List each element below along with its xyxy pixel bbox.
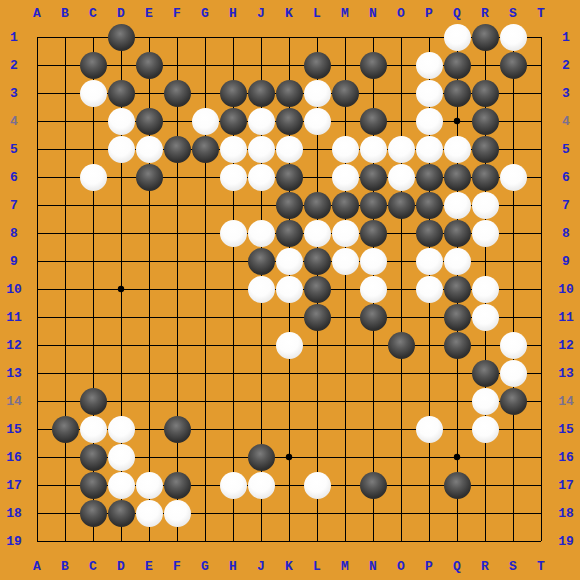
intersection-C1[interactable] bbox=[79, 23, 107, 51]
intersection-R9[interactable] bbox=[471, 247, 499, 275]
intersection-D6[interactable] bbox=[107, 163, 135, 191]
intersection-G6[interactable] bbox=[191, 163, 219, 191]
intersection-T18[interactable] bbox=[527, 499, 555, 527]
intersection-E11[interactable] bbox=[135, 303, 163, 331]
intersection-S13[interactable] bbox=[499, 359, 527, 387]
intersection-H16[interactable] bbox=[219, 443, 247, 471]
intersection-S12[interactable] bbox=[499, 331, 527, 359]
intersection-L19[interactable] bbox=[303, 527, 331, 555]
intersection-M16[interactable] bbox=[331, 443, 359, 471]
intersection-A17[interactable] bbox=[23, 471, 51, 499]
intersection-Q16[interactable] bbox=[443, 443, 471, 471]
intersection-P4[interactable] bbox=[415, 107, 443, 135]
intersection-C4[interactable] bbox=[79, 107, 107, 135]
intersection-O4[interactable] bbox=[387, 107, 415, 135]
intersection-A4[interactable] bbox=[23, 107, 51, 135]
intersection-T3[interactable] bbox=[527, 79, 555, 107]
intersection-T5[interactable] bbox=[527, 135, 555, 163]
intersection-R18[interactable] bbox=[471, 499, 499, 527]
intersection-J10[interactable] bbox=[247, 275, 275, 303]
intersection-B3[interactable] bbox=[51, 79, 79, 107]
intersection-B14[interactable] bbox=[51, 387, 79, 415]
intersection-M3[interactable] bbox=[331, 79, 359, 107]
intersection-Q17[interactable] bbox=[443, 471, 471, 499]
intersection-G19[interactable] bbox=[191, 527, 219, 555]
intersection-L16[interactable] bbox=[303, 443, 331, 471]
intersection-R16[interactable] bbox=[471, 443, 499, 471]
intersection-F4[interactable] bbox=[163, 107, 191, 135]
intersection-G2[interactable] bbox=[191, 51, 219, 79]
intersection-D15[interactable] bbox=[107, 415, 135, 443]
intersection-S11[interactable] bbox=[499, 303, 527, 331]
intersection-P19[interactable] bbox=[415, 527, 443, 555]
intersection-S18[interactable] bbox=[499, 499, 527, 527]
intersection-E18[interactable] bbox=[135, 499, 163, 527]
intersection-K11[interactable] bbox=[275, 303, 303, 331]
intersection-E2[interactable] bbox=[135, 51, 163, 79]
intersection-H1[interactable] bbox=[219, 23, 247, 51]
intersection-P11[interactable] bbox=[415, 303, 443, 331]
intersection-R10[interactable] bbox=[471, 275, 499, 303]
intersection-D13[interactable] bbox=[107, 359, 135, 387]
intersection-Q14[interactable] bbox=[443, 387, 471, 415]
intersection-E10[interactable] bbox=[135, 275, 163, 303]
intersection-O12[interactable] bbox=[387, 331, 415, 359]
intersection-K10[interactable] bbox=[275, 275, 303, 303]
intersection-H13[interactable] bbox=[219, 359, 247, 387]
intersection-E4[interactable] bbox=[135, 107, 163, 135]
intersection-G16[interactable] bbox=[191, 443, 219, 471]
intersection-T7[interactable] bbox=[527, 191, 555, 219]
intersection-O7[interactable] bbox=[387, 191, 415, 219]
intersection-S1[interactable] bbox=[499, 23, 527, 51]
intersection-T10[interactable] bbox=[527, 275, 555, 303]
intersection-H18[interactable] bbox=[219, 499, 247, 527]
intersection-K19[interactable] bbox=[275, 527, 303, 555]
intersection-L18[interactable] bbox=[303, 499, 331, 527]
intersection-N16[interactable] bbox=[359, 443, 387, 471]
intersection-A6[interactable] bbox=[23, 163, 51, 191]
intersection-J4[interactable] bbox=[247, 107, 275, 135]
intersection-G3[interactable] bbox=[191, 79, 219, 107]
intersection-N13[interactable] bbox=[359, 359, 387, 387]
intersection-T14[interactable] bbox=[527, 387, 555, 415]
intersection-J7[interactable] bbox=[247, 191, 275, 219]
intersection-O18[interactable] bbox=[387, 499, 415, 527]
intersection-H15[interactable] bbox=[219, 415, 247, 443]
intersection-A13[interactable] bbox=[23, 359, 51, 387]
intersection-G18[interactable] bbox=[191, 499, 219, 527]
intersection-O1[interactable] bbox=[387, 23, 415, 51]
intersection-L12[interactable] bbox=[303, 331, 331, 359]
intersection-Q6[interactable] bbox=[443, 163, 471, 191]
intersection-P3[interactable] bbox=[415, 79, 443, 107]
intersection-M11[interactable] bbox=[331, 303, 359, 331]
intersection-L9[interactable] bbox=[303, 247, 331, 275]
intersection-A9[interactable] bbox=[23, 247, 51, 275]
intersection-S10[interactable] bbox=[499, 275, 527, 303]
intersection-R3[interactable] bbox=[471, 79, 499, 107]
intersection-A14[interactable] bbox=[23, 387, 51, 415]
intersection-C6[interactable] bbox=[79, 163, 107, 191]
intersection-B17[interactable] bbox=[51, 471, 79, 499]
intersection-D11[interactable] bbox=[107, 303, 135, 331]
intersection-J1[interactable] bbox=[247, 23, 275, 51]
intersection-O16[interactable] bbox=[387, 443, 415, 471]
intersection-F5[interactable] bbox=[163, 135, 191, 163]
intersection-M17[interactable] bbox=[331, 471, 359, 499]
intersection-R1[interactable] bbox=[471, 23, 499, 51]
intersection-P10[interactable] bbox=[415, 275, 443, 303]
intersection-K3[interactable] bbox=[275, 79, 303, 107]
intersection-N12[interactable] bbox=[359, 331, 387, 359]
intersection-B4[interactable] bbox=[51, 107, 79, 135]
intersection-J5[interactable] bbox=[247, 135, 275, 163]
intersection-N7[interactable] bbox=[359, 191, 387, 219]
intersection-J18[interactable] bbox=[247, 499, 275, 527]
intersection-K15[interactable] bbox=[275, 415, 303, 443]
intersection-M1[interactable] bbox=[331, 23, 359, 51]
intersection-R11[interactable] bbox=[471, 303, 499, 331]
intersection-F12[interactable] bbox=[163, 331, 191, 359]
intersection-E8[interactable] bbox=[135, 219, 163, 247]
intersection-D14[interactable] bbox=[107, 387, 135, 415]
intersection-D17[interactable] bbox=[107, 471, 135, 499]
intersection-D9[interactable] bbox=[107, 247, 135, 275]
intersection-B16[interactable] bbox=[51, 443, 79, 471]
intersection-H17[interactable] bbox=[219, 471, 247, 499]
intersection-B5[interactable] bbox=[51, 135, 79, 163]
intersection-D5[interactable] bbox=[107, 135, 135, 163]
intersection-S6[interactable] bbox=[499, 163, 527, 191]
intersection-C16[interactable] bbox=[79, 443, 107, 471]
intersection-J6[interactable] bbox=[247, 163, 275, 191]
intersection-H8[interactable] bbox=[219, 219, 247, 247]
intersection-L13[interactable] bbox=[303, 359, 331, 387]
intersection-B10[interactable] bbox=[51, 275, 79, 303]
intersection-C7[interactable] bbox=[79, 191, 107, 219]
intersection-H12[interactable] bbox=[219, 331, 247, 359]
intersection-N15[interactable] bbox=[359, 415, 387, 443]
intersection-O11[interactable] bbox=[387, 303, 415, 331]
intersection-E15[interactable] bbox=[135, 415, 163, 443]
intersection-S5[interactable] bbox=[499, 135, 527, 163]
intersection-D3[interactable] bbox=[107, 79, 135, 107]
intersection-A2[interactable] bbox=[23, 51, 51, 79]
intersection-D1[interactable] bbox=[107, 23, 135, 51]
intersection-C12[interactable] bbox=[79, 331, 107, 359]
intersection-B9[interactable] bbox=[51, 247, 79, 275]
intersection-P17[interactable] bbox=[415, 471, 443, 499]
intersection-K17[interactable] bbox=[275, 471, 303, 499]
intersection-F10[interactable] bbox=[163, 275, 191, 303]
intersection-H9[interactable] bbox=[219, 247, 247, 275]
intersection-P5[interactable] bbox=[415, 135, 443, 163]
intersection-C9[interactable] bbox=[79, 247, 107, 275]
intersection-A7[interactable] bbox=[23, 191, 51, 219]
intersection-Q10[interactable] bbox=[443, 275, 471, 303]
intersection-F1[interactable] bbox=[163, 23, 191, 51]
intersection-F8[interactable] bbox=[163, 219, 191, 247]
intersection-F19[interactable] bbox=[163, 527, 191, 555]
intersection-M18[interactable] bbox=[331, 499, 359, 527]
intersection-Q12[interactable] bbox=[443, 331, 471, 359]
intersection-A8[interactable] bbox=[23, 219, 51, 247]
intersection-E13[interactable] bbox=[135, 359, 163, 387]
intersection-K1[interactable] bbox=[275, 23, 303, 51]
intersection-T4[interactable] bbox=[527, 107, 555, 135]
intersection-F11[interactable] bbox=[163, 303, 191, 331]
intersection-Q7[interactable] bbox=[443, 191, 471, 219]
intersection-T9[interactable] bbox=[527, 247, 555, 275]
intersection-N4[interactable] bbox=[359, 107, 387, 135]
intersection-Q2[interactable] bbox=[443, 51, 471, 79]
intersection-S9[interactable] bbox=[499, 247, 527, 275]
intersection-B8[interactable] bbox=[51, 219, 79, 247]
intersection-D2[interactable] bbox=[107, 51, 135, 79]
intersection-K7[interactable] bbox=[275, 191, 303, 219]
intersection-C2[interactable] bbox=[79, 51, 107, 79]
intersection-A5[interactable] bbox=[23, 135, 51, 163]
intersection-D4[interactable] bbox=[107, 107, 135, 135]
intersection-T12[interactable] bbox=[527, 331, 555, 359]
intersection-L2[interactable] bbox=[303, 51, 331, 79]
intersection-M13[interactable] bbox=[331, 359, 359, 387]
intersection-O5[interactable] bbox=[387, 135, 415, 163]
intersection-B6[interactable] bbox=[51, 163, 79, 191]
intersection-K5[interactable] bbox=[275, 135, 303, 163]
intersection-G13[interactable] bbox=[191, 359, 219, 387]
intersection-E14[interactable] bbox=[135, 387, 163, 415]
intersection-B12[interactable] bbox=[51, 331, 79, 359]
intersection-N8[interactable] bbox=[359, 219, 387, 247]
intersection-G14[interactable] bbox=[191, 387, 219, 415]
intersection-Q18[interactable] bbox=[443, 499, 471, 527]
intersection-O3[interactable] bbox=[387, 79, 415, 107]
intersection-T17[interactable] bbox=[527, 471, 555, 499]
intersection-E9[interactable] bbox=[135, 247, 163, 275]
intersection-C19[interactable] bbox=[79, 527, 107, 555]
intersection-B1[interactable] bbox=[51, 23, 79, 51]
intersection-B15[interactable] bbox=[51, 415, 79, 443]
intersection-Q3[interactable] bbox=[443, 79, 471, 107]
intersection-H2[interactable] bbox=[219, 51, 247, 79]
intersection-H11[interactable] bbox=[219, 303, 247, 331]
intersection-N11[interactable] bbox=[359, 303, 387, 331]
intersection-L15[interactable] bbox=[303, 415, 331, 443]
intersection-F3[interactable] bbox=[163, 79, 191, 107]
intersection-E1[interactable] bbox=[135, 23, 163, 51]
intersection-Q9[interactable] bbox=[443, 247, 471, 275]
intersection-J17[interactable] bbox=[247, 471, 275, 499]
intersection-S19[interactable] bbox=[499, 527, 527, 555]
intersection-B2[interactable] bbox=[51, 51, 79, 79]
intersection-R14[interactable] bbox=[471, 387, 499, 415]
intersection-J8[interactable] bbox=[247, 219, 275, 247]
intersection-E12[interactable] bbox=[135, 331, 163, 359]
intersection-D7[interactable] bbox=[107, 191, 135, 219]
intersection-K6[interactable] bbox=[275, 163, 303, 191]
intersection-P15[interactable] bbox=[415, 415, 443, 443]
intersection-F17[interactable] bbox=[163, 471, 191, 499]
intersection-M4[interactable] bbox=[331, 107, 359, 135]
intersection-P8[interactable] bbox=[415, 219, 443, 247]
intersection-R8[interactable] bbox=[471, 219, 499, 247]
intersection-C18[interactable] bbox=[79, 499, 107, 527]
intersection-Q15[interactable] bbox=[443, 415, 471, 443]
intersection-L11[interactable] bbox=[303, 303, 331, 331]
intersection-N10[interactable] bbox=[359, 275, 387, 303]
intersection-K18[interactable] bbox=[275, 499, 303, 527]
intersection-K2[interactable] bbox=[275, 51, 303, 79]
intersection-G4[interactable] bbox=[191, 107, 219, 135]
intersection-P2[interactable] bbox=[415, 51, 443, 79]
intersection-O14[interactable] bbox=[387, 387, 415, 415]
intersection-M8[interactable] bbox=[331, 219, 359, 247]
intersection-J11[interactable] bbox=[247, 303, 275, 331]
intersection-K12[interactable] bbox=[275, 331, 303, 359]
intersection-L17[interactable] bbox=[303, 471, 331, 499]
intersection-F6[interactable] bbox=[163, 163, 191, 191]
intersection-D16[interactable] bbox=[107, 443, 135, 471]
intersection-G1[interactable] bbox=[191, 23, 219, 51]
intersection-O8[interactable] bbox=[387, 219, 415, 247]
intersection-P14[interactable] bbox=[415, 387, 443, 415]
intersection-Q11[interactable] bbox=[443, 303, 471, 331]
intersection-R2[interactable] bbox=[471, 51, 499, 79]
intersection-S17[interactable] bbox=[499, 471, 527, 499]
intersection-L3[interactable] bbox=[303, 79, 331, 107]
intersection-R5[interactable] bbox=[471, 135, 499, 163]
intersection-N6[interactable] bbox=[359, 163, 387, 191]
intersection-O19[interactable] bbox=[387, 527, 415, 555]
intersection-Q13[interactable] bbox=[443, 359, 471, 387]
intersection-C5[interactable] bbox=[79, 135, 107, 163]
intersection-F13[interactable] bbox=[163, 359, 191, 387]
intersection-T13[interactable] bbox=[527, 359, 555, 387]
intersection-H3[interactable] bbox=[219, 79, 247, 107]
intersection-M10[interactable] bbox=[331, 275, 359, 303]
intersection-G8[interactable] bbox=[191, 219, 219, 247]
intersection-H7[interactable] bbox=[219, 191, 247, 219]
intersection-D12[interactable] bbox=[107, 331, 135, 359]
intersection-C13[interactable] bbox=[79, 359, 107, 387]
intersection-K8[interactable] bbox=[275, 219, 303, 247]
intersection-C11[interactable] bbox=[79, 303, 107, 331]
intersection-A1[interactable] bbox=[23, 23, 51, 51]
intersection-Q19[interactable] bbox=[443, 527, 471, 555]
intersection-N17[interactable] bbox=[359, 471, 387, 499]
intersection-E17[interactable] bbox=[135, 471, 163, 499]
intersection-S16[interactable] bbox=[499, 443, 527, 471]
intersection-P7[interactable] bbox=[415, 191, 443, 219]
intersection-O10[interactable] bbox=[387, 275, 415, 303]
intersection-F16[interactable] bbox=[163, 443, 191, 471]
intersection-P6[interactable] bbox=[415, 163, 443, 191]
intersection-A18[interactable] bbox=[23, 499, 51, 527]
intersection-E19[interactable] bbox=[135, 527, 163, 555]
intersection-J13[interactable] bbox=[247, 359, 275, 387]
intersection-B11[interactable] bbox=[51, 303, 79, 331]
intersection-M7[interactable] bbox=[331, 191, 359, 219]
intersection-T11[interactable] bbox=[527, 303, 555, 331]
intersection-F15[interactable] bbox=[163, 415, 191, 443]
intersection-C14[interactable] bbox=[79, 387, 107, 415]
intersection-O15[interactable] bbox=[387, 415, 415, 443]
intersection-K13[interactable] bbox=[275, 359, 303, 387]
intersection-O9[interactable] bbox=[387, 247, 415, 275]
intersection-K14[interactable] bbox=[275, 387, 303, 415]
intersection-C3[interactable] bbox=[79, 79, 107, 107]
intersection-Q8[interactable] bbox=[443, 219, 471, 247]
intersection-D10[interactable] bbox=[107, 275, 135, 303]
intersection-S7[interactable] bbox=[499, 191, 527, 219]
intersection-N14[interactable] bbox=[359, 387, 387, 415]
intersection-E5[interactable] bbox=[135, 135, 163, 163]
intersection-D19[interactable] bbox=[107, 527, 135, 555]
intersection-J9[interactable] bbox=[247, 247, 275, 275]
intersection-L4[interactable] bbox=[303, 107, 331, 135]
intersection-S2[interactable] bbox=[499, 51, 527, 79]
intersection-L10[interactable] bbox=[303, 275, 331, 303]
intersection-L14[interactable] bbox=[303, 387, 331, 415]
intersection-M9[interactable] bbox=[331, 247, 359, 275]
intersection-G7[interactable] bbox=[191, 191, 219, 219]
intersection-A3[interactable] bbox=[23, 79, 51, 107]
intersection-N9[interactable] bbox=[359, 247, 387, 275]
intersection-E6[interactable] bbox=[135, 163, 163, 191]
intersection-T2[interactable] bbox=[527, 51, 555, 79]
intersection-J3[interactable] bbox=[247, 79, 275, 107]
intersection-L7[interactable] bbox=[303, 191, 331, 219]
intersection-J15[interactable] bbox=[247, 415, 275, 443]
intersection-K9[interactable] bbox=[275, 247, 303, 275]
intersection-H4[interactable] bbox=[219, 107, 247, 135]
intersection-H10[interactable] bbox=[219, 275, 247, 303]
intersection-S8[interactable] bbox=[499, 219, 527, 247]
intersection-H5[interactable] bbox=[219, 135, 247, 163]
intersection-O6[interactable] bbox=[387, 163, 415, 191]
intersection-G5[interactable] bbox=[191, 135, 219, 163]
intersection-O2[interactable] bbox=[387, 51, 415, 79]
intersection-G12[interactable] bbox=[191, 331, 219, 359]
intersection-A15[interactable] bbox=[23, 415, 51, 443]
intersection-H14[interactable] bbox=[219, 387, 247, 415]
intersection-R19[interactable] bbox=[471, 527, 499, 555]
intersection-O13[interactable] bbox=[387, 359, 415, 387]
intersection-M6[interactable] bbox=[331, 163, 359, 191]
intersection-T6[interactable] bbox=[527, 163, 555, 191]
intersection-R4[interactable] bbox=[471, 107, 499, 135]
intersection-P16[interactable] bbox=[415, 443, 443, 471]
intersection-R17[interactable] bbox=[471, 471, 499, 499]
intersection-L5[interactable] bbox=[303, 135, 331, 163]
intersection-O17[interactable] bbox=[387, 471, 415, 499]
intersection-N5[interactable] bbox=[359, 135, 387, 163]
intersection-K4[interactable] bbox=[275, 107, 303, 135]
intersection-H19[interactable] bbox=[219, 527, 247, 555]
intersection-J12[interactable] bbox=[247, 331, 275, 359]
intersection-R7[interactable] bbox=[471, 191, 499, 219]
intersection-K16[interactable] bbox=[275, 443, 303, 471]
intersection-B18[interactable] bbox=[51, 499, 79, 527]
intersection-P13[interactable] bbox=[415, 359, 443, 387]
intersection-L6[interactable] bbox=[303, 163, 331, 191]
intersection-P9[interactable] bbox=[415, 247, 443, 275]
intersection-N3[interactable] bbox=[359, 79, 387, 107]
intersection-M19[interactable] bbox=[331, 527, 359, 555]
intersection-F7[interactable] bbox=[163, 191, 191, 219]
